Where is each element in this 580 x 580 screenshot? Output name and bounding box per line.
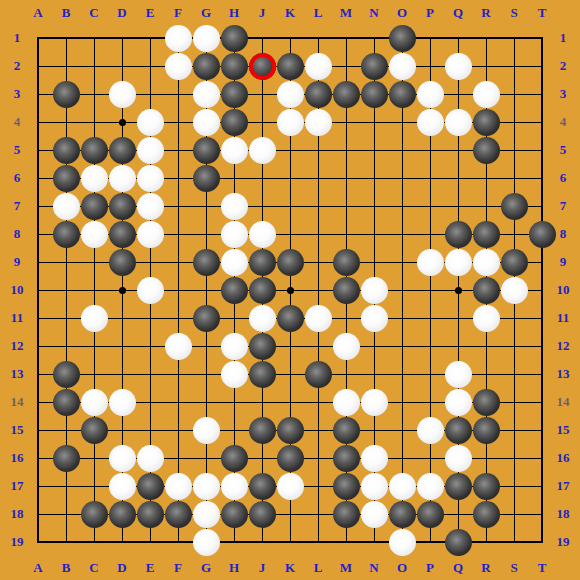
stone-F12-white[interactable] bbox=[165, 333, 192, 360]
coord-label-top: E bbox=[135, 5, 165, 21]
coord-label-bottom: R bbox=[471, 560, 501, 576]
go-board[interactable]: AABBCCDDEEFFGGHHJJKKLLMMNNOOPPQQRRSSTT11… bbox=[0, 0, 580, 580]
coord-label-top: B bbox=[51, 5, 81, 21]
stone-P9-white[interactable] bbox=[417, 249, 444, 276]
stone-G6-black[interactable] bbox=[193, 165, 220, 192]
stone-R4-black[interactable] bbox=[473, 109, 500, 136]
grid-vline bbox=[541, 37, 543, 543]
coord-label-left: 14 bbox=[2, 394, 32, 410]
stone-R14-black[interactable] bbox=[473, 389, 500, 416]
stone-H10-black[interactable] bbox=[221, 277, 248, 304]
stone-N3-black[interactable] bbox=[361, 81, 388, 108]
stone-H5-white[interactable] bbox=[221, 137, 248, 164]
stone-N2-black[interactable] bbox=[361, 53, 388, 80]
coord-label-right: 18 bbox=[548, 506, 578, 522]
stone-E10-white[interactable] bbox=[137, 277, 164, 304]
stone-P3-white[interactable] bbox=[417, 81, 444, 108]
coord-label-left: 13 bbox=[2, 366, 32, 382]
stone-G2-black[interactable] bbox=[193, 53, 220, 80]
stone-B8-black[interactable] bbox=[53, 221, 80, 248]
stone-Q19-black[interactable] bbox=[445, 529, 472, 556]
stone-G4-white[interactable] bbox=[193, 109, 220, 136]
stone-D7-black[interactable] bbox=[109, 193, 136, 220]
stone-E4-white[interactable] bbox=[137, 109, 164, 136]
stone-G9-black[interactable] bbox=[193, 249, 220, 276]
stone-N10-white[interactable] bbox=[361, 277, 388, 304]
stone-C14-white[interactable] bbox=[81, 389, 108, 416]
stone-L3-black[interactable] bbox=[305, 81, 332, 108]
coord-label-bottom: L bbox=[303, 560, 333, 576]
stone-P15-white[interactable] bbox=[417, 417, 444, 444]
coord-label-left: 19 bbox=[2, 534, 32, 550]
coord-label-left: 2 bbox=[2, 58, 32, 74]
stone-M14-white[interactable] bbox=[333, 389, 360, 416]
stone-J10-black[interactable] bbox=[249, 277, 276, 304]
coord-label-right: 10 bbox=[548, 282, 578, 298]
stone-C15-black[interactable] bbox=[81, 417, 108, 444]
coord-label-right: 17 bbox=[548, 478, 578, 494]
coord-label-bottom: M bbox=[331, 560, 361, 576]
coord-label-bottom: K bbox=[275, 560, 305, 576]
stone-J13-black[interactable] bbox=[249, 361, 276, 388]
stone-E5-white[interactable] bbox=[137, 137, 164, 164]
stone-F17-white[interactable] bbox=[165, 473, 192, 500]
coord-label-left: 6 bbox=[2, 170, 32, 186]
stone-G3-white[interactable] bbox=[193, 81, 220, 108]
stone-K16-black[interactable] bbox=[277, 445, 304, 472]
stone-C8-white[interactable] bbox=[81, 221, 108, 248]
stone-G17-white[interactable] bbox=[193, 473, 220, 500]
stone-M10-black[interactable] bbox=[333, 277, 360, 304]
coord-label-right: 19 bbox=[548, 534, 578, 550]
stone-K9-black[interactable] bbox=[277, 249, 304, 276]
coord-label-top: R bbox=[471, 5, 501, 21]
stone-R9-white[interactable] bbox=[473, 249, 500, 276]
stone-O3-black[interactable] bbox=[389, 81, 416, 108]
coord-label-top: T bbox=[527, 5, 557, 21]
coord-label-bottom: B bbox=[51, 560, 81, 576]
stone-Q15-black[interactable] bbox=[445, 417, 472, 444]
stone-L13-black[interactable] bbox=[305, 361, 332, 388]
stone-G11-black[interactable] bbox=[193, 305, 220, 332]
coord-label-left: 7 bbox=[2, 198, 32, 214]
grid-hline bbox=[37, 346, 543, 347]
stone-J5-white[interactable] bbox=[249, 137, 276, 164]
stone-H18-black[interactable] bbox=[221, 501, 248, 528]
stone-E18-black[interactable] bbox=[137, 501, 164, 528]
coord-label-top: N bbox=[359, 5, 389, 21]
coord-label-right: 4 bbox=[548, 114, 578, 130]
coord-label-left: 11 bbox=[2, 310, 32, 326]
stone-E6-white[interactable] bbox=[137, 165, 164, 192]
stone-P4-white[interactable] bbox=[417, 109, 444, 136]
coord-label-bottom: O bbox=[387, 560, 417, 576]
stone-B5-black[interactable] bbox=[53, 137, 80, 164]
stone-M16-black[interactable] bbox=[333, 445, 360, 472]
stone-K15-black[interactable] bbox=[277, 417, 304, 444]
stone-N16-white[interactable] bbox=[361, 445, 388, 472]
coord-label-bottom: G bbox=[191, 560, 221, 576]
stone-S9-black[interactable] bbox=[501, 249, 528, 276]
coord-label-right: 12 bbox=[548, 338, 578, 354]
coord-label-top: D bbox=[107, 5, 137, 21]
stone-C18-black[interactable] bbox=[81, 501, 108, 528]
stone-J17-black[interactable] bbox=[249, 473, 276, 500]
stone-E16-white[interactable] bbox=[137, 445, 164, 472]
coord-label-right: 7 bbox=[548, 198, 578, 214]
stone-G19-white[interactable] bbox=[193, 529, 220, 556]
stone-R18-black[interactable] bbox=[473, 501, 500, 528]
coord-label-right: 6 bbox=[548, 170, 578, 186]
stone-R3-white[interactable] bbox=[473, 81, 500, 108]
stone-F1-white[interactable] bbox=[165, 25, 192, 52]
stone-J8-white[interactable] bbox=[249, 221, 276, 248]
stone-O19-white[interactable] bbox=[389, 529, 416, 556]
stone-N18-white[interactable] bbox=[361, 501, 388, 528]
coord-label-bottom: Q bbox=[443, 560, 473, 576]
stone-N14-white[interactable] bbox=[361, 389, 388, 416]
coord-label-top: A bbox=[23, 5, 53, 21]
coord-label-top: S bbox=[499, 5, 529, 21]
stone-H1-black[interactable] bbox=[221, 25, 248, 52]
stone-K2-black[interactable] bbox=[277, 53, 304, 80]
stone-J12-black[interactable] bbox=[249, 333, 276, 360]
stone-D9-black[interactable] bbox=[109, 249, 136, 276]
stone-B16-black[interactable] bbox=[53, 445, 80, 472]
coord-label-top: H bbox=[219, 5, 249, 21]
star-point bbox=[287, 287, 294, 294]
stone-L11-white[interactable] bbox=[305, 305, 332, 332]
stone-D17-white[interactable] bbox=[109, 473, 136, 500]
coord-label-left: 18 bbox=[2, 506, 32, 522]
stone-Q16-white[interactable] bbox=[445, 445, 472, 472]
stone-Q4-white[interactable] bbox=[445, 109, 472, 136]
stone-C11-white[interactable] bbox=[81, 305, 108, 332]
coord-label-top: J bbox=[247, 5, 277, 21]
stone-P17-white[interactable] bbox=[417, 473, 444, 500]
stone-H16-black[interactable] bbox=[221, 445, 248, 472]
stone-L4-white[interactable] bbox=[305, 109, 332, 136]
coord-label-bottom: E bbox=[135, 560, 165, 576]
last-move-marker bbox=[249, 53, 276, 80]
go-app: AABBCCDDEEFFGGHHJJKKLLMMNNOOPPQQRRSSTT11… bbox=[0, 0, 580, 580]
coord-label-bottom: A bbox=[23, 560, 53, 576]
stone-L2-white[interactable] bbox=[305, 53, 332, 80]
coord-label-right: 3 bbox=[548, 86, 578, 102]
stone-H4-black[interactable] bbox=[221, 109, 248, 136]
stone-G15-white[interactable] bbox=[193, 417, 220, 444]
stone-D18-black[interactable] bbox=[109, 501, 136, 528]
stone-N11-white[interactable] bbox=[361, 305, 388, 332]
coord-label-right: 15 bbox=[548, 422, 578, 438]
coord-label-right: 9 bbox=[548, 254, 578, 270]
stone-J15-black[interactable] bbox=[249, 417, 276, 444]
coord-label-bottom: S bbox=[499, 560, 529, 576]
stone-H13-white[interactable] bbox=[221, 361, 248, 388]
stone-O17-white[interactable] bbox=[389, 473, 416, 500]
coord-label-right: 14 bbox=[548, 394, 578, 410]
stone-B13-black[interactable] bbox=[53, 361, 80, 388]
stone-M3-black[interactable] bbox=[333, 81, 360, 108]
stone-E7-white[interactable] bbox=[137, 193, 164, 220]
stone-Q13-white[interactable] bbox=[445, 361, 472, 388]
stone-F18-black[interactable] bbox=[165, 501, 192, 528]
star-point bbox=[455, 287, 462, 294]
stone-C7-black[interactable] bbox=[81, 193, 108, 220]
stone-J11-white[interactable] bbox=[249, 305, 276, 332]
stone-Q2-white[interactable] bbox=[445, 53, 472, 80]
stone-M18-black[interactable] bbox=[333, 501, 360, 528]
stone-Q17-black[interactable] bbox=[445, 473, 472, 500]
stone-Q9-white[interactable] bbox=[445, 249, 472, 276]
coord-label-left: 16 bbox=[2, 450, 32, 466]
stone-D8-black[interactable] bbox=[109, 221, 136, 248]
stone-G18-white[interactable] bbox=[193, 501, 220, 528]
coord-label-bottom: H bbox=[219, 560, 249, 576]
stone-O2-white[interactable] bbox=[389, 53, 416, 80]
stone-T8-black[interactable] bbox=[529, 221, 556, 248]
coord-label-left: 15 bbox=[2, 422, 32, 438]
coord-label-top: L bbox=[303, 5, 333, 21]
stone-J18-black[interactable] bbox=[249, 501, 276, 528]
coord-label-right: 1 bbox=[548, 30, 578, 46]
stone-C5-black[interactable] bbox=[81, 137, 108, 164]
stone-B14-black[interactable] bbox=[53, 389, 80, 416]
stone-P18-black[interactable] bbox=[417, 501, 444, 528]
coord-label-top: P bbox=[415, 5, 445, 21]
coord-label-left: 17 bbox=[2, 478, 32, 494]
stone-Q14-white[interactable] bbox=[445, 389, 472, 416]
stone-H9-white[interactable] bbox=[221, 249, 248, 276]
stone-G5-black[interactable] bbox=[193, 137, 220, 164]
coord-label-bottom: D bbox=[107, 560, 137, 576]
stone-H8-white[interactable] bbox=[221, 221, 248, 248]
coord-label-bottom: J bbox=[247, 560, 277, 576]
stone-M15-black[interactable] bbox=[333, 417, 360, 444]
coord-label-bottom: T bbox=[527, 560, 557, 576]
grid-vline bbox=[402, 37, 403, 543]
coord-label-bottom: P bbox=[415, 560, 445, 576]
stone-D5-black[interactable] bbox=[109, 137, 136, 164]
stone-D14-white[interactable] bbox=[109, 389, 136, 416]
stone-H12-white[interactable] bbox=[221, 333, 248, 360]
stone-O18-black[interactable] bbox=[389, 501, 416, 528]
stone-F2-white[interactable] bbox=[165, 53, 192, 80]
stone-H7-white[interactable] bbox=[221, 193, 248, 220]
stone-B7-white[interactable] bbox=[53, 193, 80, 220]
coord-label-right: 5 bbox=[548, 142, 578, 158]
stone-R8-black[interactable] bbox=[473, 221, 500, 248]
stone-E17-black[interactable] bbox=[137, 473, 164, 500]
stone-D16-white[interactable] bbox=[109, 445, 136, 472]
stone-B6-black[interactable] bbox=[53, 165, 80, 192]
coord-label-top: F bbox=[163, 5, 193, 21]
stone-J9-black[interactable] bbox=[249, 249, 276, 276]
coord-label-bottom: F bbox=[163, 560, 193, 576]
coord-label-right: 2 bbox=[548, 58, 578, 74]
stone-M17-black[interactable] bbox=[333, 473, 360, 500]
stone-R15-black[interactable] bbox=[473, 417, 500, 444]
coord-label-left: 8 bbox=[2, 226, 32, 242]
stone-O1-black[interactable] bbox=[389, 25, 416, 52]
coord-label-left: 1 bbox=[2, 30, 32, 46]
stone-K3-white[interactable] bbox=[277, 81, 304, 108]
coord-label-top: O bbox=[387, 5, 417, 21]
stone-M12-white[interactable] bbox=[333, 333, 360, 360]
stone-R17-black[interactable] bbox=[473, 473, 500, 500]
stone-N17-white[interactable] bbox=[361, 473, 388, 500]
coord-label-top: C bbox=[79, 5, 109, 21]
coord-label-top: Q bbox=[443, 5, 473, 21]
stone-D6-white[interactable] bbox=[109, 165, 136, 192]
stone-S10-white[interactable] bbox=[501, 277, 528, 304]
coord-label-right: 13 bbox=[548, 366, 578, 382]
coord-label-left: 5 bbox=[2, 142, 32, 158]
stone-C6-white[interactable] bbox=[81, 165, 108, 192]
coord-label-top: K bbox=[275, 5, 305, 21]
coord-label-left: 3 bbox=[2, 86, 32, 102]
coord-label-right: 11 bbox=[548, 310, 578, 326]
star-point bbox=[119, 119, 126, 126]
coord-label-right: 16 bbox=[548, 450, 578, 466]
stone-K4-white[interactable] bbox=[277, 109, 304, 136]
coord-label-left: 9 bbox=[2, 254, 32, 270]
coord-label-left: 10 bbox=[2, 282, 32, 298]
stone-E8-white[interactable] bbox=[137, 221, 164, 248]
coord-label-bottom: C bbox=[79, 560, 109, 576]
stone-G1-white[interactable] bbox=[193, 25, 220, 52]
stone-H2-black[interactable] bbox=[221, 53, 248, 80]
coord-label-left: 4 bbox=[2, 114, 32, 130]
stone-M9-black[interactable] bbox=[333, 249, 360, 276]
stone-B3-black[interactable] bbox=[53, 81, 80, 108]
stone-R10-black[interactable] bbox=[473, 277, 500, 304]
coord-label-left: 12 bbox=[2, 338, 32, 354]
stone-S7-black[interactable] bbox=[501, 193, 528, 220]
coord-label-top: G bbox=[191, 5, 221, 21]
stone-K17-white[interactable] bbox=[277, 473, 304, 500]
stone-K11-black[interactable] bbox=[277, 305, 304, 332]
stone-Q8-black[interactable] bbox=[445, 221, 472, 248]
coord-label-top: M bbox=[331, 5, 361, 21]
star-point bbox=[119, 287, 126, 294]
stone-R11-white[interactable] bbox=[473, 305, 500, 332]
coord-label-bottom: N bbox=[359, 560, 389, 576]
stone-R5-black[interactable] bbox=[473, 137, 500, 164]
stone-H17-white[interactable] bbox=[221, 473, 248, 500]
stone-D3-white[interactable] bbox=[109, 81, 136, 108]
stone-H3-black[interactable] bbox=[221, 81, 248, 108]
